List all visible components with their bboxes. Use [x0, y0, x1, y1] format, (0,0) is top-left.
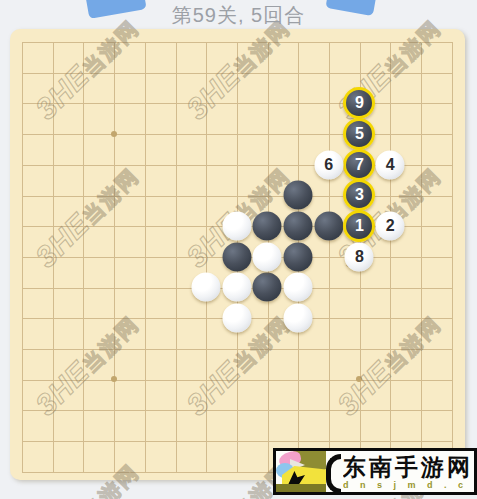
stone-white [222, 304, 251, 333]
stone-white [284, 304, 313, 333]
move-stone-3: 3 [343, 179, 375, 211]
stone-black [284, 242, 313, 271]
site-domain: d n s j m d . c o m [343, 480, 474, 490]
move-stone-1: 1 [343, 210, 375, 242]
site-name: 东南手游网 [343, 454, 474, 480]
stone-black [284, 211, 313, 240]
stone-white [222, 211, 251, 240]
logo-text-block: 东南手游网 d n s j m d . c o m [343, 451, 474, 492]
move-stone-4: 4 [376, 150, 405, 179]
level-title: 第59关, 5回合 [0, 2, 477, 29]
stone-white [253, 242, 282, 271]
move-stone-8: 8 [345, 242, 374, 271]
stone-black [284, 181, 313, 210]
move-stone-2: 2 [376, 211, 405, 240]
stone-black [314, 211, 343, 240]
move-stone-5: 5 [343, 118, 375, 150]
site-logo-icon [276, 451, 326, 492]
stone-white [191, 273, 220, 302]
logo-bracket-shape [326, 454, 341, 494]
move-stone-7: 7 [343, 149, 375, 181]
stone-black [253, 273, 282, 302]
stones-layer: 957318246 [10, 29, 465, 480]
stone-black [253, 211, 282, 240]
stone-white [284, 273, 313, 302]
move-stone-9: 9 [343, 87, 375, 119]
app-screen: 第59关, 5回合 3HE当游网3HE当游网3HE当游网3HE当游网3HE当游网… [0, 0, 477, 499]
logo-icon-base-strip [276, 484, 326, 492]
stone-white [222, 273, 251, 302]
stone-black [222, 242, 251, 271]
site-logo-plate: 东南手游网 d n s j m d . c o m [273, 448, 477, 495]
move-stone-6: 6 [314, 150, 343, 179]
